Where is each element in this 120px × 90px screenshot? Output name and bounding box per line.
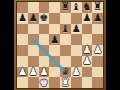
- square-a7[interactable]: ♟: [17, 13, 28, 24]
- square-f4[interactable]: [71, 45, 82, 56]
- square-c1[interactable]: ♚: [39, 77, 50, 88]
- piece-black-bishop: ♝: [71, 2, 82, 13]
- square-a8[interactable]: [17, 2, 28, 13]
- square-d3[interactable]: [49, 56, 60, 67]
- piece-black-pawn: ♟: [49, 34, 60, 45]
- square-e1[interactable]: ♜: [60, 77, 71, 88]
- square-g8[interactable]: ♞: [82, 2, 93, 13]
- square-b1[interactable]: [28, 77, 39, 88]
- square-d6[interactable]: [49, 24, 60, 35]
- square-e8[interactable]: ♜: [60, 2, 71, 13]
- letterbox-right: [106, 0, 120, 90]
- board-frame: ♜♝♞♜♟♟♚♟♟♝♟♟♟♟♟♟♟♟♛♟♚♜: [14, 0, 106, 90]
- piece-black-pawn: ♟: [71, 24, 82, 35]
- piece-white-pawn: ♟: [28, 67, 39, 78]
- square-e5[interactable]: [60, 34, 71, 45]
- square-c4[interactable]: [39, 45, 50, 56]
- square-b6[interactable]: [28, 24, 39, 35]
- piece-white-pawn: ♟: [71, 67, 82, 78]
- square-e7[interactable]: [60, 13, 71, 24]
- square-d5[interactable]: ♟: [49, 34, 60, 45]
- square-h2[interactable]: [92, 67, 103, 78]
- square-d4[interactable]: [49, 45, 60, 56]
- square-a4[interactable]: [17, 45, 28, 56]
- piece-white-pawn: ♟: [82, 56, 93, 67]
- square-d1[interactable]: [49, 77, 60, 88]
- square-e2[interactable]: ♛: [60, 67, 71, 78]
- square-f3[interactable]: [71, 56, 82, 67]
- square-a3[interactable]: [17, 56, 28, 67]
- chess-board[interactable]: ♜♝♞♜♟♟♚♟♟♝♟♟♟♟♟♟♟♟♛♟♚♜: [17, 2, 103, 88]
- square-f7[interactable]: [71, 13, 82, 24]
- piece-black-pawn: ♟: [92, 13, 103, 24]
- square-c6[interactable]: [39, 24, 50, 35]
- square-f6[interactable]: ♟: [71, 24, 82, 35]
- piece-white-pawn: ♟: [92, 45, 103, 56]
- square-h1[interactable]: [92, 77, 103, 88]
- square-c7[interactable]: ♚: [39, 13, 50, 24]
- square-c3[interactable]: [39, 56, 50, 67]
- square-h4[interactable]: ♟: [92, 45, 103, 56]
- piece-black-bishop: ♝: [60, 24, 71, 35]
- piece-white-pawn: ♟: [39, 67, 50, 78]
- piece-black-knight: ♞: [82, 2, 93, 13]
- square-g2[interactable]: [82, 67, 93, 78]
- piece-white-king: ♚: [39, 77, 50, 88]
- square-b5[interactable]: [28, 34, 39, 45]
- square-e6[interactable]: ♝: [60, 24, 71, 35]
- piece-black-pawn: ♟: [17, 13, 28, 24]
- square-f2[interactable]: ♟: [71, 67, 82, 78]
- square-b2[interactable]: ♟: [28, 67, 39, 78]
- square-e4[interactable]: [60, 45, 71, 56]
- square-h5[interactable]: [92, 34, 103, 45]
- square-g4[interactable]: ♟: [82, 45, 93, 56]
- square-h7[interactable]: ♟: [92, 13, 103, 24]
- square-g5[interactable]: [82, 34, 93, 45]
- piece-white-rook: ♜: [60, 77, 71, 88]
- square-g7[interactable]: ♟: [82, 13, 93, 24]
- piece-white-pawn: ♟: [82, 45, 93, 56]
- square-c2[interactable]: ♟: [39, 67, 50, 78]
- screenshot-root: ♜♝♞♜♟♟♚♟♟♝♟♟♟♟♟♟♟♟♛♟♚♜: [0, 0, 120, 90]
- square-f8[interactable]: ♝: [71, 2, 82, 13]
- square-d8[interactable]: [49, 2, 60, 13]
- square-b8[interactable]: [28, 2, 39, 13]
- square-h3[interactable]: [92, 56, 103, 67]
- piece-black-queen: ♛: [60, 67, 71, 78]
- square-f1[interactable]: [71, 77, 82, 88]
- square-b3[interactable]: [28, 56, 39, 67]
- square-g1[interactable]: [82, 77, 93, 88]
- square-d2[interactable]: [49, 67, 60, 78]
- square-f5[interactable]: [71, 34, 82, 45]
- square-c8[interactable]: [39, 2, 50, 13]
- piece-black-pawn: ♟: [28, 13, 39, 24]
- piece-black-rook: ♜: [60, 2, 71, 13]
- square-e3[interactable]: [60, 56, 71, 67]
- letterbox-left: [0, 0, 14, 90]
- square-a5[interactable]: [17, 34, 28, 45]
- piece-black-rook: ♜: [92, 2, 103, 13]
- piece-white-pawn: ♟: [17, 67, 28, 78]
- square-a1[interactable]: [17, 77, 28, 88]
- square-h8[interactable]: ♜: [92, 2, 103, 13]
- square-b7[interactable]: ♟: [28, 13, 39, 24]
- square-a2[interactable]: ♟: [17, 67, 28, 78]
- square-b4[interactable]: [28, 45, 39, 56]
- square-d7[interactable]: [49, 13, 60, 24]
- piece-black-king: ♚: [39, 13, 50, 24]
- piece-black-pawn: ♟: [82, 13, 93, 24]
- square-c5[interactable]: [39, 34, 50, 45]
- square-h6[interactable]: [92, 24, 103, 35]
- square-a6[interactable]: [17, 24, 28, 35]
- square-g6[interactable]: [82, 24, 93, 35]
- square-g3[interactable]: ♟: [82, 56, 93, 67]
